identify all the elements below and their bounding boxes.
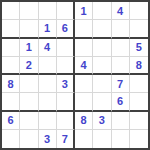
cell-r7c3[interactable] — [39, 112, 57, 130]
cell-r2c7[interactable] — [112, 20, 130, 38]
cell-r1c3[interactable] — [39, 2, 57, 20]
cell-r8c8[interactable] — [130, 130, 148, 148]
cell-r3c5[interactable] — [75, 39, 93, 57]
cell-r6c8[interactable] — [130, 93, 148, 111]
cell-r2c6[interactable] — [93, 20, 111, 38]
cell-r3c4[interactable] — [57, 39, 75, 57]
cell-r8c7[interactable] — [112, 130, 130, 148]
cell-r7c7[interactable] — [112, 112, 130, 130]
given-digit-r2c3[interactable]: 1 — [39, 20, 57, 38]
cell-r2c5[interactable] — [75, 20, 93, 38]
cell-r5c6[interactable] — [93, 75, 111, 93]
cell-r4c4[interactable] — [57, 57, 75, 75]
cell-r1c1[interactable] — [2, 2, 20, 20]
given-digit-r4c5[interactable]: 4 — [75, 57, 93, 75]
cell-r6c4[interactable] — [57, 93, 75, 111]
given-digit-r3c3[interactable]: 4 — [39, 39, 57, 57]
cell-r1c6[interactable] — [93, 2, 111, 20]
cell-r8c6[interactable] — [93, 130, 111, 148]
cell-r4c6[interactable] — [93, 57, 111, 75]
cell-r3c6[interactable] — [93, 39, 111, 57]
cell-r8c2[interactable] — [20, 130, 38, 148]
cell-r6c2[interactable] — [20, 93, 38, 111]
cell-r3c1[interactable] — [2, 39, 20, 57]
given-digit-r5c4[interactable]: 3 — [57, 75, 75, 93]
cell-r1c4[interactable] — [57, 2, 75, 20]
cell-r2c2[interactable] — [20, 20, 38, 38]
cell-r6c6[interactable] — [93, 93, 111, 111]
cell-r5c5[interactable] — [75, 75, 93, 93]
cell-r7c4[interactable] — [57, 112, 75, 130]
given-digit-r8c3[interactable]: 3 — [39, 130, 57, 148]
given-digit-r4c8[interactable]: 8 — [130, 57, 148, 75]
cell-r6c1[interactable] — [2, 93, 20, 111]
sudoku-board: 1416145248837668337 — [0, 0, 150, 150]
cell-r3c7[interactable] — [112, 39, 130, 57]
cell-r1c2[interactable] — [20, 2, 38, 20]
cell-r6c3[interactable] — [39, 93, 57, 111]
given-digit-r2c4[interactable]: 6 — [57, 20, 75, 38]
given-digit-r5c7[interactable]: 7 — [112, 75, 130, 93]
given-digit-r7c6[interactable]: 3 — [93, 112, 111, 130]
given-digit-r5c1[interactable]: 8 — [2, 75, 20, 93]
cell-r5c2[interactable] — [20, 75, 38, 93]
cell-r1c8[interactable] — [130, 2, 148, 20]
given-digit-r3c2[interactable]: 1 — [20, 39, 38, 57]
given-digit-r7c1[interactable]: 6 — [2, 112, 20, 130]
given-digit-r3c8[interactable]: 5 — [130, 39, 148, 57]
cell-r4c1[interactable] — [2, 57, 20, 75]
cell-r5c3[interactable] — [39, 75, 57, 93]
given-digit-r1c5[interactable]: 1 — [75, 2, 93, 20]
given-digit-r7c5[interactable]: 8 — [75, 112, 93, 130]
cell-r2c8[interactable] — [130, 20, 148, 38]
given-digit-r8c4[interactable]: 7 — [57, 130, 75, 148]
cell-r5c8[interactable] — [130, 75, 148, 93]
cell-r4c7[interactable] — [112, 57, 130, 75]
given-digit-r4c2[interactable]: 2 — [20, 57, 38, 75]
given-digit-r1c7[interactable]: 4 — [112, 2, 130, 20]
cell-r7c2[interactable] — [20, 112, 38, 130]
cell-r8c5[interactable] — [75, 130, 93, 148]
given-digit-r6c7[interactable]: 6 — [112, 93, 130, 111]
cell-r8c1[interactable] — [2, 130, 20, 148]
cell-r4c3[interactable] — [39, 57, 57, 75]
cell-r6c5[interactable] — [75, 93, 93, 111]
cell-r7c8[interactable] — [130, 112, 148, 130]
cell-r2c1[interactable] — [2, 20, 20, 38]
